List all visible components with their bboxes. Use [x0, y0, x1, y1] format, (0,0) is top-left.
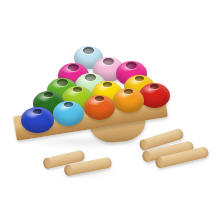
ring-hole	[33, 109, 42, 114]
ring-red-orange-r5c3	[84, 95, 115, 120]
ring-hole	[95, 96, 104, 101]
peg-end-cap	[63, 164, 73, 176]
peg-end-cap	[138, 138, 149, 151]
ring-hole	[68, 64, 79, 71]
ring-hole	[44, 92, 53, 97]
ring-orange-r5c4	[113, 88, 144, 113]
product-photo-balancing-game	[0, 0, 222, 222]
ring-hole	[83, 47, 94, 54]
ring-blue-r5c1	[21, 107, 54, 133]
ring-hole	[85, 74, 96, 81]
ring-hole	[124, 89, 133, 94]
ground-shadow	[18, 136, 158, 148]
ring-hole	[135, 76, 144, 81]
ring-hole	[103, 82, 112, 87]
ring-sky-blue-r5c2	[53, 101, 84, 126]
ring-hole	[64, 102, 73, 107]
peg-end-cap	[42, 157, 52, 170]
ring-hole	[150, 84, 159, 89]
ring-hole	[57, 79, 68, 86]
ring-hole	[73, 87, 82, 92]
ring-hole	[126, 62, 137, 69]
ring-hole	[103, 58, 114, 65]
